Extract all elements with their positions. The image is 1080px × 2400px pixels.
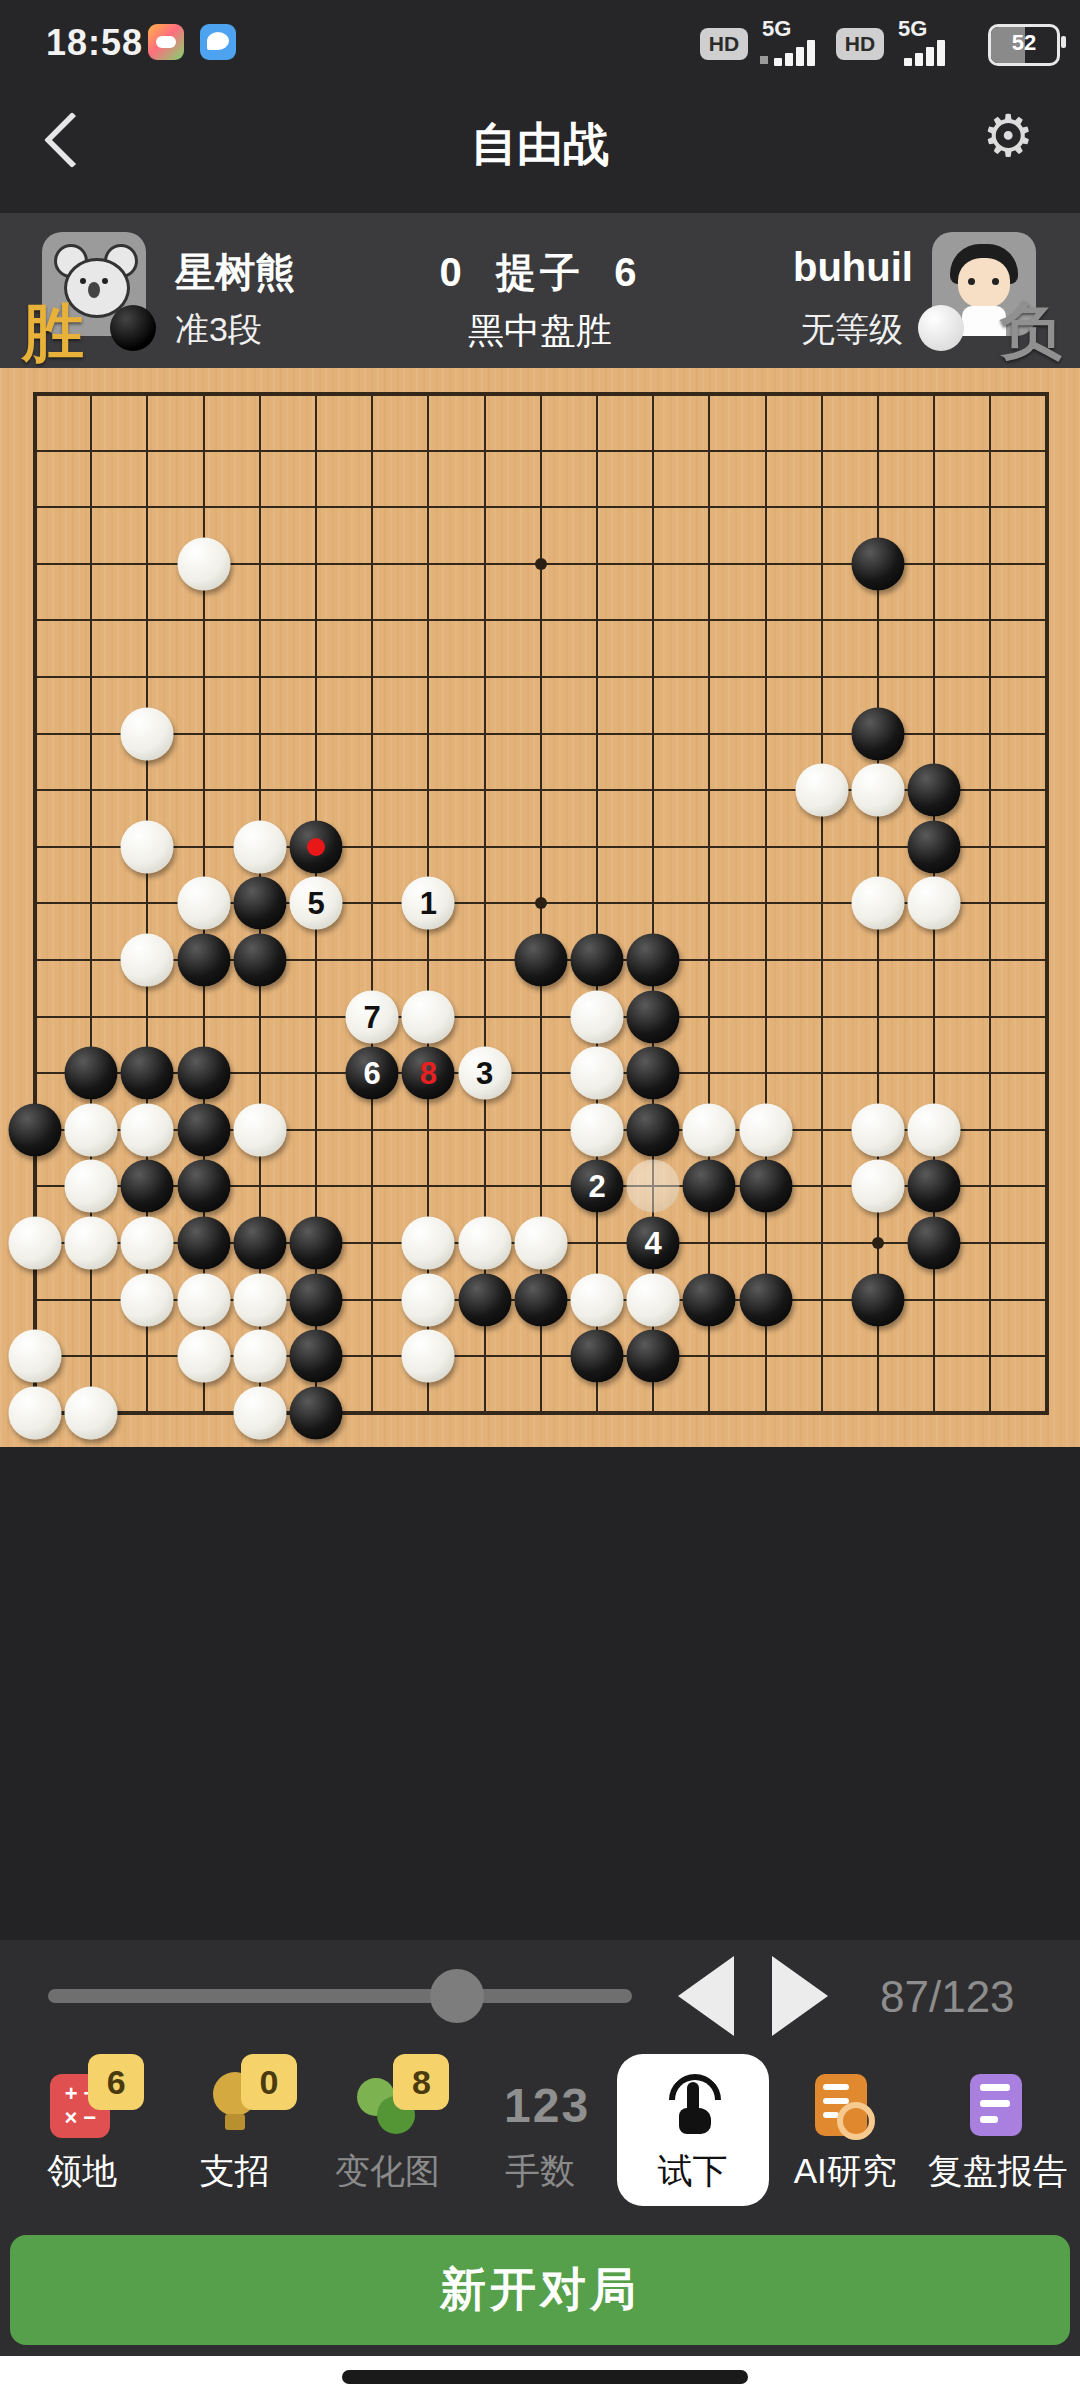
black-stone[interactable] <box>121 1160 174 1213</box>
black-stone[interactable] <box>908 764 961 817</box>
variation-badge: 8 <box>393 2054 449 2110</box>
ghost-stone[interactable] <box>627 1160 680 1213</box>
black-stone[interactable] <box>739 1160 792 1213</box>
white-stone[interactable] <box>514 1217 567 1270</box>
signal-icon-sim2: 5G <box>892 18 962 66</box>
black-stone[interactable] <box>908 1217 961 1270</box>
black-stone[interactable] <box>233 934 286 987</box>
black-stone[interactable] <box>852 537 905 590</box>
trial-move-number: 8 <box>420 1058 437 1089</box>
trial-move-number: 2 <box>588 1171 605 1202</box>
white-stone[interactable] <box>402 1330 455 1383</box>
white-stone[interactable]: 3 <box>458 1047 511 1100</box>
white-stone[interactable] <box>627 1273 680 1326</box>
white-stone[interactable] <box>571 1103 624 1156</box>
settings-gear-icon[interactable]: ⚙ <box>982 102 1034 170</box>
white-stone[interactable] <box>233 1103 286 1156</box>
black-stone[interactable] <box>65 1047 118 1100</box>
white-stone-indicator <box>918 305 964 351</box>
tool-move-numbers[interactable]: 123 手数 <box>464 2056 617 2226</box>
white-stone[interactable] <box>795 764 848 817</box>
black-stone-indicator <box>110 305 156 351</box>
black-stone[interactable] <box>177 1047 230 1100</box>
hd-icon: HD <box>700 28 748 60</box>
white-stone[interactable] <box>121 820 174 873</box>
black-stone[interactable] <box>908 820 961 873</box>
grid-line <box>821 393 823 1414</box>
tool-ai-research[interactable]: AI研究 <box>769 2056 922 2226</box>
white-stone[interactable]: 7 <box>346 990 399 1043</box>
black-stone[interactable] <box>177 1103 230 1156</box>
white-stone[interactable] <box>9 1217 62 1270</box>
grid-line <box>596 393 598 1414</box>
white-stone[interactable] <box>571 1273 624 1326</box>
black-stone[interactable]: 8 <box>402 1047 455 1100</box>
white-stone[interactable] <box>9 1386 62 1439</box>
black-stone[interactable]: 4 <box>627 1217 680 1270</box>
trial-move-number: 5 <box>307 888 324 919</box>
grid-line <box>1045 393 1049 1414</box>
white-stone[interactable] <box>233 1330 286 1383</box>
home-indicator-area <box>0 2356 1080 2400</box>
white-stone[interactable] <box>852 1103 905 1156</box>
white-stone[interactable] <box>908 1103 961 1156</box>
white-stone[interactable] <box>9 1330 62 1383</box>
hoshi-point <box>872 1237 884 1249</box>
battery-icon: 52 <box>988 24 1060 66</box>
toolbar: 6 领地 0 支招 8 变化图 123 手数 试下 AI研究 <box>6 2056 1074 2226</box>
status-bar: 18:58 HD 5G HD 5G 52 <box>0 0 1080 84</box>
black-stone[interactable]: 2 <box>571 1160 624 1213</box>
black-stone[interactable] <box>683 1273 736 1326</box>
loss-badge: 负 <box>1000 289 1062 373</box>
white-stone[interactable] <box>402 990 455 1043</box>
grid-line <box>708 393 710 1414</box>
black-stone[interactable] <box>571 934 624 987</box>
black-stone[interactable] <box>177 1217 230 1270</box>
hoshi-point <box>535 897 547 909</box>
white-stone[interactable] <box>852 764 905 817</box>
grid-line <box>989 393 991 1414</box>
white-stone[interactable] <box>233 820 286 873</box>
white-stone[interactable] <box>402 1273 455 1326</box>
black-stone[interactable] <box>908 1160 961 1213</box>
hint-badge: 0 <box>241 2054 297 2110</box>
black-stone[interactable] <box>9 1103 62 1156</box>
move-slider-thumb[interactable] <box>430 1969 484 2023</box>
black-stone[interactable] <box>514 934 567 987</box>
grid-line <box>33 1411 1049 1415</box>
white-stone[interactable] <box>233 1386 286 1439</box>
black-stone[interactable] <box>121 1047 174 1100</box>
trial-move-number: 1 <box>420 888 437 919</box>
black-stone[interactable] <box>683 1160 736 1213</box>
white-player-rank: 无等级 <box>793 307 903 353</box>
black-stone[interactable] <box>290 1217 343 1270</box>
white-stone[interactable] <box>65 1160 118 1213</box>
hoshi-point <box>535 558 547 570</box>
white-stone[interactable]: 5 <box>290 877 343 930</box>
white-stone[interactable] <box>121 1217 174 1270</box>
next-move-button[interactable] <box>772 1956 828 2036</box>
trial-move-number: 4 <box>645 1228 662 1259</box>
black-stone[interactable] <box>852 1273 905 1326</box>
tool-variation[interactable]: 8 变化图 <box>311 2056 464 2226</box>
trial-move-number: 7 <box>364 1001 381 1032</box>
grid-line <box>33 1016 1049 1018</box>
black-stone[interactable] <box>627 1330 680 1383</box>
last-move-marker <box>307 838 325 856</box>
black-stone[interactable] <box>627 990 680 1043</box>
ai-research-icon <box>815 2074 867 2136</box>
tool-review-report[interactable]: 复盘报告 <box>921 2056 1074 2226</box>
white-stone[interactable] <box>65 1103 118 1156</box>
white-player-name: buhuil <box>793 245 903 290</box>
white-stone[interactable] <box>571 1047 624 1100</box>
white-stone[interactable]: 1 <box>402 877 455 930</box>
black-stone[interactable] <box>177 934 230 987</box>
lower-background <box>0 1447 1080 1940</box>
tool-try-move[interactable]: 试下 <box>616 2056 769 2226</box>
black-stone[interactable] <box>177 1160 230 1213</box>
chat-app-icon <box>200 24 236 60</box>
player-bar: 胜 星树熊 准3段 0 提子 6 黑中盘胜 buhuil 无等级 负 <box>0 213 1080 368</box>
previous-move-button[interactable] <box>678 1956 734 2036</box>
move-numbers-123-icon: 123 <box>504 2078 576 2133</box>
nav-bar: 自由战 ⚙ <box>0 84 1080 213</box>
move-counter: 87/123 <box>880 1972 1015 2022</box>
move-slider-track[interactable] <box>48 1989 632 2003</box>
white-stone[interactable] <box>121 1103 174 1156</box>
tool-hint[interactable]: 0 支招 <box>159 2056 312 2226</box>
white-stone[interactable] <box>177 1273 230 1326</box>
white-stone[interactable] <box>177 1330 230 1383</box>
white-stone[interactable] <box>852 1160 905 1213</box>
white-stone[interactable] <box>121 934 174 987</box>
page-title: 自由战 <box>0 114 1080 176</box>
black-stone[interactable]: 6 <box>346 1047 399 1100</box>
white-stone[interactable] <box>65 1217 118 1270</box>
new-game-button[interactable]: 新开对局 <box>10 2235 1070 2345</box>
white-stone[interactable] <box>852 877 905 930</box>
territory-badge: 6 <box>88 2054 144 2110</box>
black-stone[interactable] <box>571 1330 624 1383</box>
black-stone[interactable] <box>458 1273 511 1326</box>
black-stone[interactable] <box>627 1047 680 1100</box>
trial-move-number: 6 <box>364 1058 381 1089</box>
black-stone[interactable] <box>514 1273 567 1326</box>
black-stone[interactable] <box>852 707 905 760</box>
white-stone[interactable] <box>739 1103 792 1156</box>
review-report-icon <box>970 2074 1022 2136</box>
goban[interactable]: 51768324 <box>0 368 1080 1447</box>
white-stone[interactable] <box>402 1217 455 1270</box>
hd-icon-2: HD <box>836 28 884 60</box>
win-badge: 胜 <box>22 291 84 375</box>
captures-row: 0 提子 6 <box>0 245 1080 300</box>
white-stone[interactable] <box>177 537 230 590</box>
tool-territory[interactable]: 6 领地 <box>6 2056 159 2226</box>
black-stone[interactable] <box>627 1103 680 1156</box>
white-stone[interactable] <box>908 877 961 930</box>
signal-icon-sim1: 5G <box>756 18 826 66</box>
app-screen: 18:58 HD 5G HD 5G 52 自由战 ⚙ <box>0 0 1080 2400</box>
white-stone[interactable] <box>65 1386 118 1439</box>
black-stone[interactable] <box>233 877 286 930</box>
white-stone[interactable] <box>233 1273 286 1326</box>
white-stone[interactable] <box>683 1103 736 1156</box>
black-stone[interactable] <box>233 1217 286 1270</box>
clock: 18:58 <box>46 22 143 64</box>
home-indicator[interactable] <box>342 2370 748 2384</box>
white-stone[interactable] <box>121 707 174 760</box>
try-move-hand-icon <box>667 2074 719 2136</box>
black-stone[interactable] <box>290 1386 343 1439</box>
black-stone[interactable] <box>290 1273 343 1326</box>
white-stone[interactable] <box>121 1273 174 1326</box>
white-stone[interactable] <box>458 1217 511 1270</box>
white-stone[interactable] <box>177 877 230 930</box>
grid-line <box>765 393 767 1414</box>
white-stone[interactable] <box>571 990 624 1043</box>
black-stone[interactable] <box>627 934 680 987</box>
game-app-icon <box>148 24 184 60</box>
black-stone[interactable] <box>739 1273 792 1326</box>
black-stone[interactable] <box>290 1330 343 1383</box>
trial-move-number: 3 <box>476 1058 493 1089</box>
